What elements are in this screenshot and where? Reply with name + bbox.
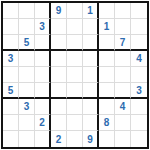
cell-r9c1[interactable] [3, 131, 19, 147]
cell-r9c7[interactable] [99, 131, 115, 147]
cell-r9c9[interactable] [131, 131, 147, 147]
cell-r2c7[interactable]: 1 [99, 19, 115, 35]
given-digit: 2 [56, 134, 62, 145]
given-digit: 1 [104, 21, 110, 32]
cell-r9c3[interactable] [35, 131, 51, 147]
cell-r2c3[interactable]: 3 [35, 19, 51, 35]
cell-r8c5[interactable] [67, 115, 83, 131]
cell-r6c2[interactable] [19, 83, 35, 99]
cell-r2c5[interactable] [67, 19, 83, 35]
cell-r3c1[interactable] [3, 35, 19, 51]
given-digit: 5 [24, 37, 30, 48]
cell-r9c8[interactable] [115, 131, 131, 147]
given-digit: 9 [87, 134, 93, 145]
cell-r6c6[interactable] [83, 83, 99, 99]
given-digit: 3 [136, 85, 142, 96]
cell-r8c2[interactable] [19, 115, 35, 131]
cell-r2c2[interactable] [19, 19, 35, 35]
cell-r8c1[interactable] [3, 115, 19, 131]
cell-r8c3[interactable]: 2 [35, 115, 51, 131]
cell-r5c8[interactable] [115, 67, 131, 83]
cell-r5c4[interactable] [51, 67, 67, 83]
cell-r4c7[interactable] [99, 51, 115, 67]
sudoku-board: 9131573453342829 [1, 1, 149, 149]
cell-r7c9[interactable] [131, 99, 147, 115]
cell-r5c2[interactable] [19, 67, 35, 83]
cell-r2c1[interactable] [3, 19, 19, 35]
cell-r7c7[interactable] [99, 99, 115, 115]
cell-r2c6[interactable] [83, 19, 99, 35]
cell-r8c7[interactable]: 8 [99, 115, 115, 131]
cell-r3c5[interactable] [67, 35, 83, 51]
cell-r2c4[interactable] [51, 19, 67, 35]
cell-r7c5[interactable] [67, 99, 83, 115]
given-digit: 2 [39, 117, 45, 128]
cell-r1c4[interactable]: 9 [51, 3, 67, 19]
cell-r4c5[interactable] [67, 51, 83, 67]
given-digit: 4 [120, 101, 126, 112]
cell-r6c3[interactable] [35, 83, 51, 99]
cell-r6c4[interactable] [51, 83, 67, 99]
cell-r3c4[interactable] [51, 35, 67, 51]
cell-r7c3[interactable] [35, 99, 51, 115]
cell-r5c1[interactable] [3, 67, 19, 83]
cell-r6c1[interactable]: 5 [3, 83, 19, 99]
given-digit: 3 [8, 53, 14, 64]
cell-r1c7[interactable] [99, 3, 115, 19]
cell-r9c5[interactable] [67, 131, 83, 147]
cell-r1c6[interactable]: 1 [83, 3, 99, 19]
given-digit: 3 [24, 101, 30, 112]
cell-r9c6[interactable]: 9 [83, 131, 99, 147]
cell-r6c8[interactable] [115, 83, 131, 99]
cell-r9c2[interactable] [19, 131, 35, 147]
cell-r6c5[interactable] [67, 83, 83, 99]
cell-r1c3[interactable] [35, 3, 51, 19]
cell-r2c9[interactable] [131, 19, 147, 35]
cell-r1c8[interactable] [115, 3, 131, 19]
cell-r7c2[interactable]: 3 [19, 99, 35, 115]
cell-r4c9[interactable]: 4 [131, 51, 147, 67]
cell-r4c6[interactable] [83, 51, 99, 67]
cell-r5c9[interactable] [131, 67, 147, 83]
cell-r4c1[interactable]: 3 [3, 51, 19, 67]
cell-r8c6[interactable] [83, 115, 99, 131]
given-digit: 8 [104, 117, 110, 128]
cell-r3c8[interactable]: 7 [115, 35, 131, 51]
cell-r8c9[interactable] [131, 115, 147, 131]
cell-r1c2[interactable] [19, 3, 35, 19]
given-digit: 4 [136, 53, 142, 64]
given-digit: 3 [39, 21, 45, 32]
cell-r3c9[interactable] [131, 35, 147, 51]
cell-r1c5[interactable] [67, 3, 83, 19]
cell-r2c8[interactable] [115, 19, 131, 35]
cell-r6c9[interactable]: 3 [131, 83, 147, 99]
cell-r4c8[interactable] [115, 51, 131, 67]
cell-r3c7[interactable] [99, 35, 115, 51]
cell-r7c4[interactable] [51, 99, 67, 115]
cell-r5c7[interactable] [99, 67, 115, 83]
cell-r3c2[interactable]: 5 [19, 35, 35, 51]
cell-r9c4[interactable]: 2 [51, 131, 67, 147]
cell-r8c4[interactable] [51, 115, 67, 131]
given-digit: 7 [120, 37, 126, 48]
cell-r5c6[interactable] [83, 67, 99, 83]
given-digit: 9 [56, 5, 62, 16]
cell-r3c6[interactable] [83, 35, 99, 51]
cell-r1c1[interactable] [3, 3, 19, 19]
cell-r6c7[interactable] [99, 83, 115, 99]
cell-r4c2[interactable] [19, 51, 35, 67]
cell-r7c1[interactable] [3, 99, 19, 115]
cell-r5c3[interactable] [35, 67, 51, 83]
cell-r7c6[interactable] [83, 99, 99, 115]
cell-r3c3[interactable] [35, 35, 51, 51]
given-digit: 1 [87, 5, 93, 16]
cell-r5c5[interactable] [67, 67, 83, 83]
cell-r7c8[interactable]: 4 [115, 99, 131, 115]
cell-r8c8[interactable] [115, 115, 131, 131]
cell-r4c3[interactable] [35, 51, 51, 67]
given-digit: 5 [8, 85, 14, 96]
cell-r1c9[interactable] [131, 3, 147, 19]
cell-r4c4[interactable] [51, 51, 67, 67]
